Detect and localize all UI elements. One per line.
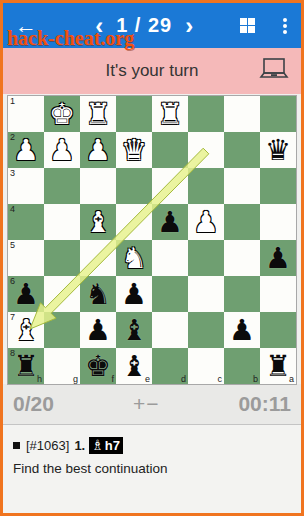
square-h6[interactable]: 6♟ bbox=[8, 276, 44, 312]
square-a4[interactable] bbox=[260, 204, 296, 240]
square-d2[interactable] bbox=[152, 132, 188, 168]
piece-white-pawn[interactable]: ♟ bbox=[80, 132, 116, 168]
piece-black-pawn[interactable]: ♟ bbox=[224, 312, 260, 348]
square-e7[interactable]: ♝ bbox=[116, 312, 152, 348]
square-b8[interactable]: b bbox=[224, 348, 260, 384]
rank-label: 5 bbox=[10, 240, 15, 250]
piece-black-pawn[interactable]: ♟ bbox=[260, 240, 296, 276]
file-label: a bbox=[289, 374, 294, 384]
square-c1[interactable] bbox=[188, 96, 224, 132]
square-g8[interactable]: g bbox=[44, 348, 80, 384]
piece-black-bishop[interactable]: ♝ bbox=[116, 312, 152, 348]
square-d4[interactable]: ♟ bbox=[152, 204, 188, 240]
puzzle-id: [#1063] bbox=[26, 438, 69, 453]
chess-board: 1♚♜♜2♟♟♟♛♛34♝♟♟5♞♟6♟♞♟7♝♟♝♟8h♜gf♚e♝dcba♜ bbox=[7, 95, 297, 385]
square-e8[interactable]: e♝ bbox=[116, 348, 152, 384]
square-h1[interactable]: 1 bbox=[8, 96, 44, 132]
square-d6[interactable] bbox=[152, 276, 188, 312]
square-f8[interactable]: f♚ bbox=[80, 348, 116, 384]
square-h8[interactable]: 8h♜ bbox=[8, 348, 44, 384]
square-b3[interactable] bbox=[224, 168, 260, 204]
bullet-icon bbox=[13, 442, 20, 449]
rank-label: 7 bbox=[10, 312, 15, 322]
timer: 00:11 bbox=[238, 392, 291, 416]
square-b7[interactable]: ♟ bbox=[224, 312, 260, 348]
rank-label: 3 bbox=[10, 168, 15, 178]
square-h4[interactable]: 4 bbox=[8, 204, 44, 240]
highlighted-move[interactable]: ♗ h7 bbox=[89, 437, 123, 454]
square-a1[interactable] bbox=[260, 96, 296, 132]
square-d3[interactable] bbox=[152, 168, 188, 204]
dot bbox=[283, 18, 287, 22]
square-h7[interactable]: 7♝ bbox=[8, 312, 44, 348]
square-d5[interactable] bbox=[152, 240, 188, 276]
square-e2[interactable]: ♛ bbox=[116, 132, 152, 168]
rank-label: 1 bbox=[10, 96, 15, 106]
square-f6[interactable]: ♞ bbox=[80, 276, 116, 312]
square-b6[interactable] bbox=[224, 276, 260, 312]
dot bbox=[283, 24, 287, 28]
square-h2[interactable]: 2♟ bbox=[8, 132, 44, 168]
square-g6[interactable] bbox=[44, 276, 80, 312]
square-f5[interactable] bbox=[80, 240, 116, 276]
piece-black-queen[interactable]: ♛ bbox=[260, 132, 296, 168]
square-b1[interactable] bbox=[224, 96, 260, 132]
turn-banner: It's your turn bbox=[3, 48, 301, 94]
piece-white-rook[interactable]: ♜ bbox=[152, 96, 188, 132]
piece-black-pawn[interactable]: ♟ bbox=[152, 204, 188, 240]
file-label: h bbox=[37, 374, 42, 384]
grid-cell bbox=[248, 26, 255, 33]
grid-cell bbox=[240, 26, 247, 33]
piece-white-bishop[interactable]: ♝ bbox=[80, 204, 116, 240]
file-label: e bbox=[145, 374, 150, 384]
grid-cell bbox=[248, 18, 255, 25]
square-a5[interactable]: ♟ bbox=[260, 240, 296, 276]
rank-label: 6 bbox=[10, 276, 15, 286]
piece-white-queen[interactable]: ♛ bbox=[116, 132, 152, 168]
square-b2[interactable] bbox=[224, 132, 260, 168]
square-g3[interactable] bbox=[44, 168, 80, 204]
move-number: 1. bbox=[74, 438, 85, 453]
square-f1[interactable]: ♜ bbox=[80, 96, 116, 132]
puzzle-prompt: Find the best continuation bbox=[13, 461, 291, 476]
square-g7[interactable] bbox=[44, 312, 80, 348]
turn-text: It's your turn bbox=[105, 61, 198, 81]
square-f7[interactable]: ♟ bbox=[80, 312, 116, 348]
square-e3[interactable] bbox=[116, 168, 152, 204]
square-c3[interactable] bbox=[188, 168, 224, 204]
square-c5[interactable] bbox=[188, 240, 224, 276]
square-c6[interactable] bbox=[188, 276, 224, 312]
square-b5[interactable] bbox=[224, 240, 260, 276]
piece-white-knight[interactable]: ♞ bbox=[116, 240, 152, 276]
rank-label: 8 bbox=[10, 348, 15, 358]
move-notation-area: [#1063] 1. ♗ h7 Find the best continuati… bbox=[3, 425, 301, 476]
square-d7[interactable] bbox=[152, 312, 188, 348]
overflow-menu-icon[interactable] bbox=[283, 18, 287, 34]
square-g4[interactable] bbox=[44, 204, 80, 240]
piece-black-pawn[interactable]: ♟ bbox=[80, 312, 116, 348]
square-a6[interactable] bbox=[260, 276, 296, 312]
grid-cell bbox=[240, 18, 247, 25]
square-h3[interactable]: 3 bbox=[8, 168, 44, 204]
piece-white-rook[interactable]: ♜ bbox=[80, 96, 116, 132]
piece-black-pawn[interactable]: ♟ bbox=[116, 276, 152, 312]
grid-view-icon[interactable] bbox=[240, 18, 255, 33]
file-label: f bbox=[111, 374, 114, 384]
square-g2[interactable]: ♟ bbox=[44, 132, 80, 168]
file-label: d bbox=[181, 374, 186, 384]
square-d8[interactable]: d bbox=[152, 348, 188, 384]
laptop-icon bbox=[257, 56, 291, 88]
square-c2[interactable] bbox=[188, 132, 224, 168]
square-e1[interactable] bbox=[116, 96, 152, 132]
next-puzzle-icon[interactable]: › bbox=[185, 5, 193, 47]
square-e4[interactable] bbox=[116, 204, 152, 240]
dot bbox=[283, 30, 287, 34]
rank-label: 4 bbox=[10, 204, 15, 214]
white-bishop-glyph: ♗ bbox=[91, 437, 104, 453]
piece-white-pawn[interactable]: ♟ bbox=[188, 204, 224, 240]
board-area: 1♚♜♜2♟♟♟♛♛34♝♟♟5♞♟6♟♞♟7♝♟♝♟8h♜gf♚e♝dcba♜ bbox=[3, 94, 301, 384]
app-screen: hack-cheat.org ← ‹ 1 / 29 › It's your tu… bbox=[0, 0, 304, 516]
square-d1[interactable]: ♜ bbox=[152, 96, 188, 132]
square-g5[interactable] bbox=[44, 240, 80, 276]
piece-white-pawn[interactable]: ♟ bbox=[44, 132, 80, 168]
square-c4[interactable]: ♟ bbox=[188, 204, 224, 240]
piece-black-knight[interactable]: ♞ bbox=[80, 276, 116, 312]
square-f3[interactable] bbox=[80, 168, 116, 204]
square-a7[interactable] bbox=[260, 312, 296, 348]
square-g1[interactable]: ♚ bbox=[44, 96, 80, 132]
square-b4[interactable] bbox=[224, 204, 260, 240]
square-a3[interactable] bbox=[260, 168, 296, 204]
rank-label: 2 bbox=[10, 132, 15, 142]
move-line: [#1063] 1. ♗ h7 bbox=[13, 437, 291, 454]
file-label: c bbox=[218, 374, 223, 384]
square-f2[interactable]: ♟ bbox=[80, 132, 116, 168]
square-a8[interactable]: a♜ bbox=[260, 348, 296, 384]
square-h5[interactable]: 5 bbox=[8, 240, 44, 276]
file-label: g bbox=[73, 374, 78, 384]
watermark-text: hack-cheat.org bbox=[7, 27, 134, 50]
evaluation-toggle[interactable]: +− bbox=[54, 392, 239, 416]
square-f4[interactable]: ♝ bbox=[80, 204, 116, 240]
square-e6[interactable]: ♟ bbox=[116, 276, 152, 312]
score-counter: 0/20 bbox=[13, 392, 54, 416]
square-e5[interactable]: ♞ bbox=[116, 240, 152, 276]
file-label: b bbox=[253, 374, 258, 384]
square-a2[interactable]: ♛ bbox=[260, 132, 296, 168]
status-bar: 0/20 +− 00:11 bbox=[3, 384, 301, 425]
move-target-square: h7 bbox=[105, 438, 120, 453]
square-c8[interactable]: c bbox=[188, 348, 224, 384]
piece-white-king[interactable]: ♚ bbox=[44, 96, 80, 132]
square-c7[interactable] bbox=[188, 312, 224, 348]
